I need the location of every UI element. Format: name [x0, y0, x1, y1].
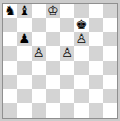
square-d2[interactable]	[46, 89, 60, 103]
square-a5[interactable]	[3, 46, 17, 60]
square-a2[interactable]	[3, 89, 17, 103]
square-a3[interactable]	[3, 75, 17, 89]
square-c6[interactable]	[32, 32, 46, 46]
black-bishop-piece: ♝	[19, 4, 31, 18]
square-g1[interactable]	[89, 103, 103, 117]
square-b4[interactable]	[17, 61, 31, 75]
board-border: ♞♝♔♚♟♙♙♙	[2, 3, 118, 119]
square-c3[interactable]	[32, 75, 46, 89]
square-f5[interactable]	[74, 46, 88, 60]
square-f6[interactable]: ♙	[74, 32, 88, 46]
square-h3[interactable]	[103, 75, 117, 89]
square-c8[interactable]	[32, 4, 46, 18]
white-king-piece: ♔	[47, 4, 59, 18]
square-d3[interactable]	[46, 75, 60, 89]
square-g7[interactable]	[89, 18, 103, 32]
square-d1[interactable]	[46, 103, 60, 117]
square-g8[interactable]	[89, 4, 103, 18]
square-h1[interactable]	[103, 103, 117, 117]
square-d8[interactable]: ♔	[46, 4, 60, 18]
square-g3[interactable]	[89, 75, 103, 89]
square-e8[interactable]	[60, 4, 74, 18]
square-a6[interactable]	[3, 32, 17, 46]
square-a4[interactable]	[3, 61, 17, 75]
white-pawn-piece: ♙	[33, 46, 45, 60]
square-e5[interactable]: ♙	[60, 46, 74, 60]
square-c4[interactable]	[32, 61, 46, 75]
square-d5[interactable]	[46, 46, 60, 60]
square-h5[interactable]	[103, 46, 117, 60]
square-d4[interactable]	[46, 61, 60, 75]
white-pawn-piece: ♙	[76, 32, 88, 46]
black-pawn-piece: ♟	[19, 32, 31, 46]
square-e6[interactable]	[60, 32, 74, 46]
square-e2[interactable]	[60, 89, 74, 103]
square-c2[interactable]	[32, 89, 46, 103]
square-g5[interactable]	[89, 46, 103, 60]
square-e1[interactable]	[60, 103, 74, 117]
square-b5[interactable]	[17, 46, 31, 60]
square-e3[interactable]	[60, 75, 74, 89]
square-b2[interactable]	[17, 89, 31, 103]
square-c1[interactable]	[32, 103, 46, 117]
square-b1[interactable]	[17, 103, 31, 117]
square-a7[interactable]	[3, 18, 17, 32]
black-king-piece: ♚	[76, 18, 88, 32]
square-a1[interactable]	[3, 103, 17, 117]
square-c5[interactable]: ♙	[32, 46, 46, 60]
square-a8[interactable]: ♞	[3, 4, 17, 18]
square-h7[interactable]	[103, 18, 117, 32]
square-b6[interactable]: ♟	[17, 32, 31, 46]
square-e7[interactable]	[60, 18, 74, 32]
square-c7[interactable]	[32, 18, 46, 32]
square-g2[interactable]	[89, 89, 103, 103]
square-e4[interactable]	[60, 61, 74, 75]
square-b7[interactable]	[17, 18, 31, 32]
square-h2[interactable]	[103, 89, 117, 103]
square-h8[interactable]	[103, 4, 117, 18]
square-g6[interactable]	[89, 32, 103, 46]
square-f8[interactable]	[74, 4, 88, 18]
black-knight-piece: ♞	[4, 4, 16, 18]
white-pawn-piece: ♙	[61, 46, 73, 60]
square-f4[interactable]	[74, 61, 88, 75]
square-d6[interactable]	[46, 32, 60, 46]
square-h4[interactable]	[103, 61, 117, 75]
square-b8[interactable]: ♝	[17, 4, 31, 18]
board-frame: ♞♝♔♚♟♙♙♙	[0, 0, 120, 121]
chess-board: ♞♝♔♚♟♙♙♙	[3, 4, 117, 118]
square-d7[interactable]	[46, 18, 60, 32]
square-h6[interactable]	[103, 32, 117, 46]
square-g4[interactable]	[89, 61, 103, 75]
square-f2[interactable]	[74, 89, 88, 103]
square-f7[interactable]: ♚	[74, 18, 88, 32]
square-f3[interactable]	[74, 75, 88, 89]
square-b3[interactable]	[17, 75, 31, 89]
square-f1[interactable]	[74, 103, 88, 117]
